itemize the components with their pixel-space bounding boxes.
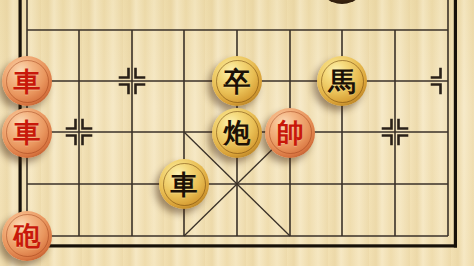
piece-black-soldier-e7[interactable]: 卒: [212, 56, 262, 106]
xiangqi-board: 車車砲帥卒馬炮車: [0, 0, 474, 266]
piece-black-horse-g7[interactable]: 馬: [317, 56, 367, 106]
piece-red-general-f8[interactable]: 帥: [265, 108, 315, 158]
piece-red-chariot-a8[interactable]: 車: [2, 108, 52, 158]
piece-red-cannon-a10[interactable]: 砲: [2, 211, 52, 261]
piece-red-chariot-a7[interactable]: 車: [2, 56, 52, 106]
piece-black-cannon-e8[interactable]: 炮: [212, 108, 262, 158]
piece-black-chariot-d9[interactable]: 車: [159, 159, 209, 209]
